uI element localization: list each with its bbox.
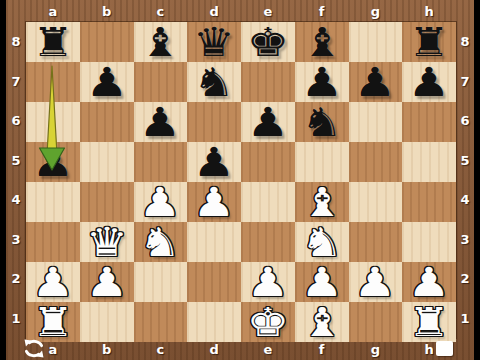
white-pawn-b2[interactable]: ♟ <box>85 262 127 302</box>
black-pawn-e6[interactable]: ♟ <box>247 102 289 142</box>
square-a6[interactable] <box>26 102 80 142</box>
square-g3[interactable] <box>349 222 403 262</box>
square-d4[interactable]: ♟ <box>187 182 241 222</box>
flip-board-icon <box>21 339 47 358</box>
square-e6[interactable]: ♟ <box>241 102 295 142</box>
rank-labels-right: 87654321 <box>456 22 474 338</box>
square-h8[interactable]: ♜ <box>402 22 456 62</box>
file-label-e: e <box>241 0 295 22</box>
square-b6[interactable] <box>80 102 134 142</box>
square-c1[interactable] <box>134 302 188 342</box>
file-label-d: d <box>187 0 241 22</box>
file-label-g: g <box>349 0 403 22</box>
square-a1[interactable]: ♜ <box>26 302 80 342</box>
square-f6[interactable]: ♞ <box>295 102 349 142</box>
square-f3[interactable]: ♞ <box>295 222 349 262</box>
rank-label-1: 1 <box>6 299 26 339</box>
square-g7[interactable]: ♟ <box>349 62 403 102</box>
black-pawn-h7[interactable]: ♟ <box>408 62 450 102</box>
rank-label-4: 4 <box>6 180 26 220</box>
rank-label-8: 8 <box>6 22 26 62</box>
square-h3[interactable] <box>402 222 456 262</box>
square-h4[interactable] <box>402 182 456 222</box>
white-pawn-c4[interactable]: ♟ <box>139 182 181 222</box>
square-d7[interactable]: ♞ <box>187 62 241 102</box>
square-a3[interactable] <box>26 222 80 262</box>
black-pawn-c6[interactable]: ♟ <box>139 102 181 142</box>
square-d5[interactable]: ♟ <box>187 142 241 182</box>
file-label-a: a <box>26 0 80 22</box>
white-rook-a1[interactable]: ♜ <box>32 302 74 342</box>
flip-board-button[interactable] <box>21 339 47 358</box>
square-c5[interactable] <box>134 142 188 182</box>
square-a5[interactable]: ♟ <box>26 142 80 182</box>
square-e5[interactable] <box>241 142 295 182</box>
rank-label-5: 5 <box>456 141 474 181</box>
square-d2[interactable] <box>187 262 241 302</box>
square-d8[interactable]: ♛ <box>187 22 241 62</box>
square-d3[interactable] <box>187 222 241 262</box>
rank-labels-left: 87654321 <box>6 22 26 338</box>
square-c2[interactable] <box>134 262 188 302</box>
square-b5[interactable] <box>80 142 134 182</box>
black-pawn-g7[interactable]: ♟ <box>354 62 396 102</box>
square-b8[interactable] <box>80 22 134 62</box>
stop-button[interactable] <box>436 341 453 356</box>
square-f5[interactable] <box>295 142 349 182</box>
square-a7[interactable] <box>26 62 80 102</box>
black-bishop-f8[interactable]: ♝ <box>300 22 342 62</box>
square-c4[interactable]: ♟ <box>134 182 188 222</box>
square-c7[interactable] <box>134 62 188 102</box>
file-label-c: c <box>134 0 188 22</box>
square-g6[interactable] <box>349 102 403 142</box>
black-knight-f6[interactable]: ♞ <box>300 102 342 142</box>
file-label-b: b <box>80 0 134 22</box>
square-f8[interactable]: ♝ <box>295 22 349 62</box>
black-bishop-c8[interactable]: ♝ <box>139 22 181 62</box>
square-c3[interactable]: ♞ <box>134 222 188 262</box>
square-b7[interactable]: ♟ <box>80 62 134 102</box>
white-pawn-d4[interactable]: ♟ <box>193 182 235 222</box>
square-g2[interactable]: ♟ <box>349 262 403 302</box>
square-b3[interactable]: ♛ <box>80 222 134 262</box>
black-queen-d8[interactable]: ♛ <box>193 22 235 62</box>
square-a8[interactable]: ♜ <box>26 22 80 62</box>
white-bishop-f1[interactable]: ♝ <box>300 302 342 342</box>
file-label-f: f <box>295 0 349 22</box>
square-g8[interactable] <box>349 22 403 62</box>
chess-app-screen: abcdefgh abcdefgh 87654321 87654321 ♜♝♛♚… <box>0 0 480 360</box>
white-bishop-f4[interactable]: ♝ <box>300 182 342 222</box>
square-c8[interactable]: ♝ <box>134 22 188 62</box>
square-h1[interactable]: ♜ <box>402 302 456 342</box>
rank-label-7: 7 <box>456 62 474 102</box>
square-h5[interactable] <box>402 142 456 182</box>
white-knight-c3[interactable]: ♞ <box>139 222 181 262</box>
black-pawn-f7[interactable]: ♟ <box>300 62 342 102</box>
black-pawn-d5[interactable]: ♟ <box>193 142 235 182</box>
square-b4[interactable] <box>80 182 134 222</box>
square-b2[interactable]: ♟ <box>80 262 134 302</box>
square-e1[interactable]: ♚ <box>241 302 295 342</box>
black-king-e8[interactable]: ♚ <box>247 22 289 62</box>
rank-label-1: 1 <box>456 299 474 339</box>
white-pawn-a2[interactable]: ♟ <box>32 262 74 302</box>
board: ♜♝♛♚♝♜♟♞♟♟♟♟♟♞♟♟♟♟♝♛♞♞♟♟♟♟♟♟♜♚♝♜ <box>26 22 456 338</box>
rank-label-4: 4 <box>456 180 474 220</box>
square-f4[interactable]: ♝ <box>295 182 349 222</box>
square-b1[interactable] <box>80 302 134 342</box>
white-pawn-f2[interactable]: ♟ <box>300 262 342 302</box>
square-g1[interactable] <box>349 302 403 342</box>
black-pawn-a5[interactable]: ♟ <box>32 142 74 182</box>
square-d1[interactable] <box>187 302 241 342</box>
white-knight-f3[interactable]: ♞ <box>300 222 342 262</box>
white-pawn-e2[interactable]: ♟ <box>247 262 289 302</box>
rank-label-8: 8 <box>456 22 474 62</box>
white-king-e1[interactable]: ♚ <box>247 302 289 342</box>
file-labels-top: abcdefgh <box>26 0 456 22</box>
square-f2[interactable]: ♟ <box>295 262 349 302</box>
square-c6[interactable]: ♟ <box>134 102 188 142</box>
black-pawn-b7[interactable]: ♟ <box>85 62 127 102</box>
square-g5[interactable] <box>349 142 403 182</box>
square-h6[interactable] <box>402 102 456 142</box>
square-f7[interactable]: ♟ <box>295 62 349 102</box>
rank-label-2: 2 <box>456 259 474 299</box>
rank-label-2: 2 <box>6 259 26 299</box>
square-e3[interactable] <box>241 222 295 262</box>
square-f1[interactable]: ♝ <box>295 302 349 342</box>
rank-label-6: 6 <box>456 101 474 141</box>
square-e4[interactable] <box>241 182 295 222</box>
wooden-board-frame: abcdefgh abcdefgh 87654321 87654321 ♜♝♛♚… <box>6 0 474 360</box>
rank-label-3: 3 <box>456 220 474 260</box>
black-rook-h8[interactable]: ♜ <box>408 22 450 62</box>
white-queen-b3[interactable]: ♛ <box>85 222 127 262</box>
square-e8[interactable]: ♚ <box>241 22 295 62</box>
square-h7[interactable]: ♟ <box>402 62 456 102</box>
rank-label-3: 3 <box>6 220 26 260</box>
file-label-h: h <box>402 0 456 22</box>
rank-label-6: 6 <box>6 101 26 141</box>
white-pawn-h2[interactable]: ♟ <box>408 262 450 302</box>
square-h2[interactable]: ♟ <box>402 262 456 302</box>
square-e7[interactable] <box>241 62 295 102</box>
white-rook-h1[interactable]: ♜ <box>408 302 450 342</box>
square-a4[interactable] <box>26 182 80 222</box>
square-d6[interactable] <box>187 102 241 142</box>
black-knight-d7[interactable]: ♞ <box>193 62 235 102</box>
square-a2[interactable]: ♟ <box>26 262 80 302</box>
square-g4[interactable] <box>349 182 403 222</box>
rank-label-7: 7 <box>6 62 26 102</box>
square-e2[interactable]: ♟ <box>241 262 295 302</box>
white-pawn-g2[interactable]: ♟ <box>354 262 396 302</box>
black-rook-a8[interactable]: ♜ <box>32 22 74 62</box>
rank-label-5: 5 <box>6 141 26 181</box>
